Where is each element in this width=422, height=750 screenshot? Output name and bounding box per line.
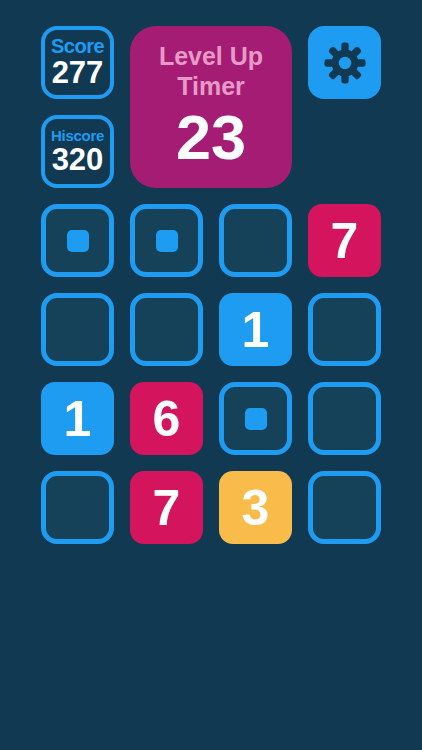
cell-empty[interactable] [308,293,381,366]
hiscore-label: Hiscore [51,128,104,143]
cell-marked[interactable] [130,204,203,277]
timer-label-line2: Timer [177,71,245,101]
tile-1[interactable]: 1 [219,293,292,366]
timer-label-line1: Level Up [159,41,263,71]
settings-button[interactable] [308,26,381,99]
cell-empty[interactable] [308,471,381,544]
level-up-timer-panel: Level Up Timer 23 [130,26,292,188]
tile-1[interactable]: 1 [41,382,114,455]
hud: Score 277 Hiscore 320 Level Up Timer 23 [41,26,422,188]
cell-empty[interactable] [219,204,292,277]
cell-empty[interactable] [41,471,114,544]
score-value: 277 [52,57,104,89]
square-marker [67,230,89,252]
score-label: Score [51,36,104,56]
timer-value: 23 [176,104,246,170]
score-box: Score 277 [41,26,114,99]
tile-6[interactable]: 6 [130,382,203,455]
cell-empty[interactable] [308,382,381,455]
cell-empty[interactable] [41,293,114,366]
square-marker [156,230,178,252]
cell-empty[interactable] [130,293,203,366]
game-screen: Score 277 Hiscore 320 Level Up Timer 23 … [0,26,422,750]
cell-marked[interactable] [41,204,114,277]
tile-3[interactable]: 3 [219,471,292,544]
hiscore-box: Hiscore 320 [41,115,114,188]
cell-marked[interactable] [219,382,292,455]
tile-7[interactable]: 7 [130,471,203,544]
gear-icon [322,40,368,86]
tile-7[interactable]: 7 [308,204,381,277]
hiscore-value: 320 [52,144,104,176]
board: 711673 [41,204,422,544]
square-marker [245,408,267,430]
